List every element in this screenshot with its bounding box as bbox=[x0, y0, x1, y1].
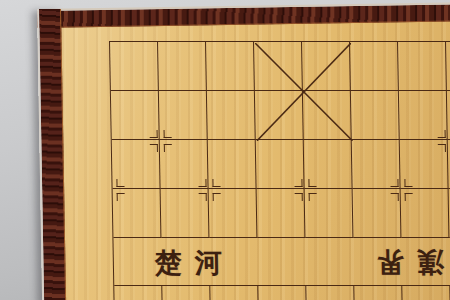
photo-background: 楚河 漢界 bbox=[0, 0, 450, 300]
position-marker bbox=[149, 129, 171, 151]
marker-layer bbox=[110, 42, 450, 300]
position-marker bbox=[389, 178, 411, 200]
xiangqi-board: 楚河 漢界 bbox=[50, 15, 450, 300]
position-marker bbox=[437, 129, 450, 151]
board-frame-left bbox=[37, 9, 66, 300]
position-marker bbox=[293, 178, 315, 200]
board-grid-wrapper: 楚河 漢界 bbox=[109, 41, 450, 300]
position-marker bbox=[197, 178, 219, 200]
position-marker bbox=[101, 178, 123, 200]
